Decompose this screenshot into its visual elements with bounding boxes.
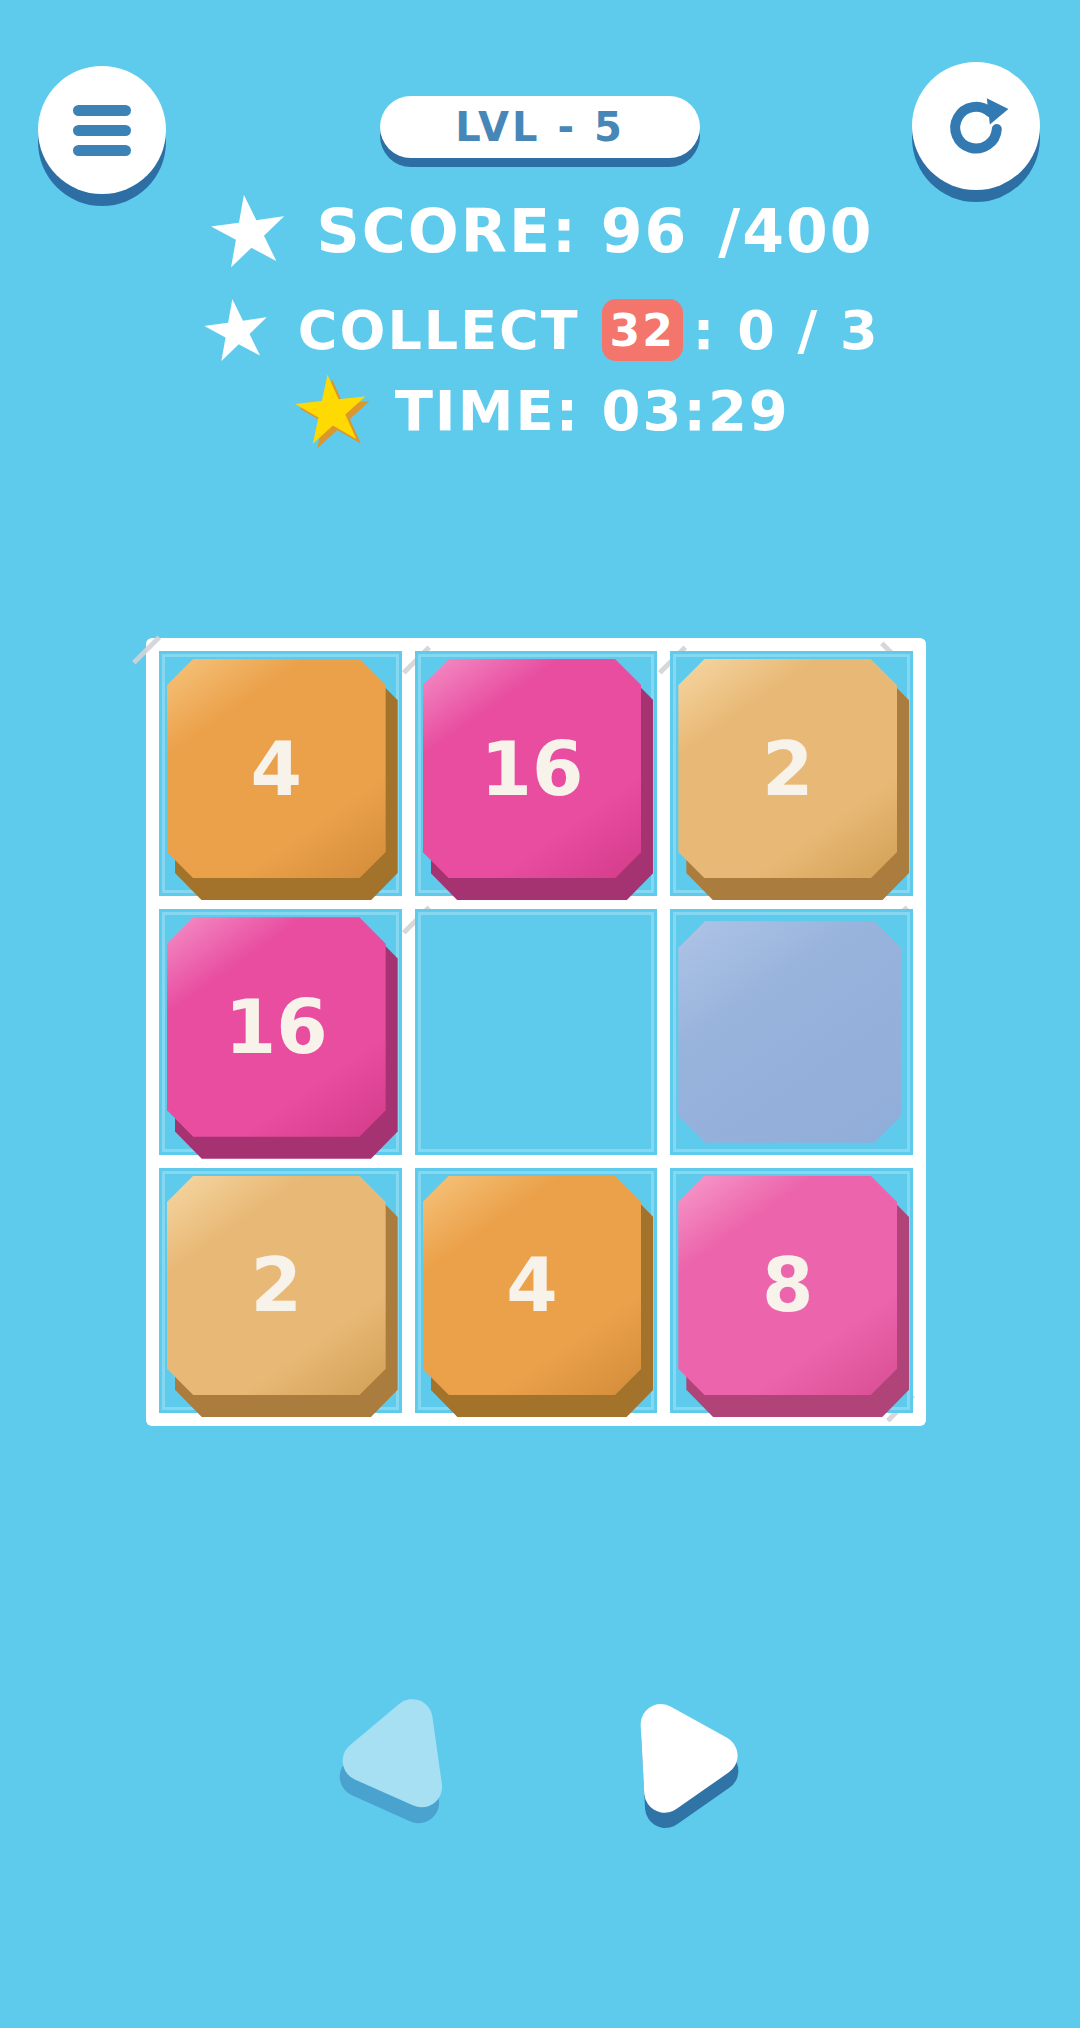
score-total: /400 — [718, 196, 873, 266]
white-star-icon: ★ — [200, 177, 301, 284]
undo-button[interactable] — [294, 1661, 486, 1853]
score-value: 96 — [601, 196, 689, 266]
tile-value: 16 — [481, 726, 584, 812]
collect-row: ★ COLLECT 32 : 0 / 3 — [0, 288, 1080, 372]
level-badge: LVL - 5 — [380, 96, 700, 158]
time-label: TIME: — [395, 378, 580, 443]
tile-4[interactable]: 4 — [167, 659, 394, 888]
frame-3d-tick — [132, 636, 161, 665]
time-value: 03:29 — [602, 378, 790, 443]
collect-label: COLLECT — [298, 299, 580, 362]
tile-value: 4 — [506, 1242, 558, 1328]
tile-2[interactable]: 2 — [678, 659, 905, 888]
board-cell-r3c3: 8 — [670, 1168, 913, 1413]
menu-button[interactable] — [38, 66, 166, 194]
restart-button[interactable] — [912, 62, 1040, 190]
collect-progress: : 0 / 3 — [693, 299, 880, 362]
board-cell-r2c1: 16 — [159, 909, 402, 1154]
board-cell-r1c3: 2 — [670, 651, 913, 896]
score-row: ★ SCORE: 96 /400 — [0, 176, 1080, 286]
tile-4[interactable]: 4 — [423, 1176, 650, 1405]
tile-16[interactable]: 16 — [423, 659, 650, 888]
board-cell-r3c1: 2 — [159, 1168, 402, 1413]
time-row: ★ TIME: 03:29 — [0, 362, 1080, 458]
tile-value: 2 — [251, 1242, 303, 1328]
board-cell-r3c2: 4 — [415, 1168, 658, 1413]
game-board[interactable]: 4 16 2 16 — [146, 638, 926, 1426]
yellow-star-icon: ★ — [286, 360, 380, 460]
score-label: SCORE: — [317, 196, 578, 266]
triangle-left-icon — [294, 1661, 486, 1853]
collect-target-tile-badge: 32 — [602, 299, 683, 361]
board-cell-r1c1: 4 — [159, 651, 402, 896]
game-screen: LVL - 5 ★ SCORE: 96 /400 ★ COLLECT 32 : … — [0, 0, 1080, 2028]
ghost-tile — [678, 917, 905, 1146]
tile-value: 8 — [762, 1242, 814, 1328]
forward-button[interactable] — [601, 1668, 780, 1847]
tile-value: 4 — [251, 726, 303, 812]
hamburger-menu-icon — [73, 105, 131, 156]
tile-8[interactable]: 8 — [678, 1176, 905, 1405]
board-cell-r1c2: 16 — [415, 651, 658, 896]
level-label: LVL - 5 — [455, 104, 625, 150]
tile-value: 2 — [762, 726, 814, 812]
tile-16[interactable]: 16 — [167, 917, 394, 1146]
board-cell-r2c2-empty — [415, 909, 658, 1154]
refresh-icon — [939, 89, 1013, 163]
board-cell-r2c3 — [670, 909, 913, 1154]
triangle-right-icon — [601, 1668, 780, 1847]
tile-value: 16 — [225, 984, 328, 1070]
tile-2[interactable]: 2 — [167, 1176, 394, 1405]
